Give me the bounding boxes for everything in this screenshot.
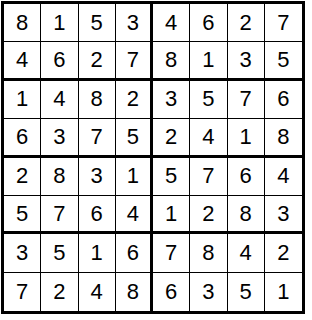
cell-r2c5[interactable]: 8 — [153, 42, 190, 80]
cell-r7c2[interactable]: 5 — [41, 234, 78, 272]
cell-r8c8[interactable]: 1 — [265, 273, 302, 311]
cell-r3c6[interactable]: 5 — [190, 81, 227, 119]
cell-r3c8[interactable]: 6 — [265, 81, 302, 119]
cell-r5c3[interactable]: 3 — [79, 158, 116, 196]
cell-r5c8[interactable]: 4 — [265, 158, 302, 196]
cell-r1c3[interactable]: 5 — [79, 4, 116, 42]
cell-r7c1[interactable]: 3 — [4, 234, 41, 272]
cell-r2c7[interactable]: 3 — [228, 42, 265, 80]
cell-r6c1[interactable]: 5 — [4, 196, 41, 234]
cell-r3c1[interactable]: 1 — [4, 81, 41, 119]
cell-r8c7[interactable]: 5 — [228, 273, 265, 311]
cell-r6c6[interactable]: 2 — [190, 196, 227, 234]
cell-r2c3[interactable]: 2 — [79, 42, 116, 80]
cell-r1c1[interactable]: 8 — [4, 4, 41, 42]
cell-r3c7[interactable]: 7 — [228, 81, 265, 119]
cell-r7c8[interactable]: 2 — [265, 234, 302, 272]
cell-r8c1[interactable]: 7 — [4, 273, 41, 311]
cell-r5c4[interactable]: 1 — [116, 158, 153, 196]
cell-r5c6[interactable]: 7 — [190, 158, 227, 196]
cell-r8c5[interactable]: 6 — [153, 273, 190, 311]
cell-r1c4[interactable]: 3 — [116, 4, 153, 42]
cell-r2c2[interactable]: 6 — [41, 42, 78, 80]
cell-r4c1[interactable]: 6 — [4, 119, 41, 157]
cell-r4c5[interactable]: 2 — [153, 119, 190, 157]
cell-r1c6[interactable]: 6 — [190, 4, 227, 42]
cell-r6c2[interactable]: 7 — [41, 196, 78, 234]
cell-r2c4[interactable]: 7 — [116, 42, 153, 80]
cell-r8c3[interactable]: 4 — [79, 273, 116, 311]
cell-r7c7[interactable]: 4 — [228, 234, 265, 272]
cell-r3c4[interactable]: 2 — [116, 81, 153, 119]
cell-r4c3[interactable]: 7 — [79, 119, 116, 157]
cell-r6c4[interactable]: 4 — [116, 196, 153, 234]
cell-r7c5[interactable]: 7 — [153, 234, 190, 272]
cell-r4c7[interactable]: 1 — [228, 119, 265, 157]
cell-r5c1[interactable]: 2 — [4, 158, 41, 196]
cell-r8c2[interactable]: 2 — [41, 273, 78, 311]
cell-r6c7[interactable]: 8 — [228, 196, 265, 234]
cell-r4c4[interactable]: 5 — [116, 119, 153, 157]
cell-r8c4[interactable]: 8 — [116, 273, 153, 311]
cell-r6c8[interactable]: 3 — [265, 196, 302, 234]
cell-r7c3[interactable]: 1 — [79, 234, 116, 272]
cell-r6c5[interactable]: 1 — [153, 196, 190, 234]
cell-r4c8[interactable]: 8 — [265, 119, 302, 157]
cell-r5c2[interactable]: 8 — [41, 158, 78, 196]
cell-r3c2[interactable]: 4 — [41, 81, 78, 119]
cell-r1c7[interactable]: 2 — [228, 4, 265, 42]
cell-r4c2[interactable]: 3 — [41, 119, 78, 157]
cell-r1c5[interactable]: 4 — [153, 4, 190, 42]
cell-r6c3[interactable]: 6 — [79, 196, 116, 234]
cell-r2c1[interactable]: 4 — [4, 42, 41, 80]
page-background: 8153462746278135148235766375241828315764… — [0, 0, 312, 320]
cell-r7c6[interactable]: 8 — [190, 234, 227, 272]
cell-r5c7[interactable]: 6 — [228, 158, 265, 196]
cell-r5c5[interactable]: 5 — [153, 158, 190, 196]
cell-r3c3[interactable]: 8 — [79, 81, 116, 119]
sudoku-board: 8153462746278135148235766375241828315764… — [1, 1, 305, 314]
cell-r3c5[interactable]: 3 — [153, 81, 190, 119]
cell-r4c6[interactable]: 4 — [190, 119, 227, 157]
cell-r2c8[interactable]: 5 — [265, 42, 302, 80]
cell-r7c4[interactable]: 6 — [116, 234, 153, 272]
cell-r2c6[interactable]: 1 — [190, 42, 227, 80]
cell-r1c8[interactable]: 7 — [265, 4, 302, 42]
cell-r1c2[interactable]: 1 — [41, 4, 78, 42]
cell-r8c6[interactable]: 3 — [190, 273, 227, 311]
